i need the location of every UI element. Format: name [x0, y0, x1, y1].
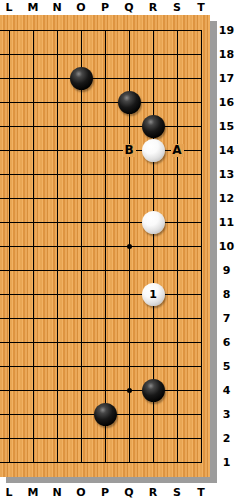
star-point [127, 244, 132, 249]
coordinate-label-R: R [141, 484, 165, 500]
coordinate-label-18: 18 [217, 42, 236, 66]
coordinate-label-T: T [189, 0, 213, 14]
black-stone [94, 403, 117, 426]
coordinate-label-M: M [21, 0, 45, 14]
coordinate-label-5: 5 [217, 354, 236, 378]
white-stone: 1 [142, 283, 165, 306]
coordinate-label-1: 1 [217, 450, 236, 474]
point-label-A[interactable]: A [171, 144, 184, 157]
coordinate-label-Q: Q [117, 0, 141, 14]
coordinate-label-12: 12 [217, 186, 236, 210]
coordinate-label-P: P [93, 484, 117, 500]
coordinate-label-L: L [0, 484, 21, 500]
top-coordinates: LMNOPQRST [0, 0, 213, 14]
black-stone [118, 91, 141, 114]
coordinate-label-S: S [165, 484, 189, 500]
move-number-1: 1 [149, 289, 157, 300]
white-stone [142, 139, 165, 162]
coordinate-label-19: 19 [217, 18, 236, 42]
right-coordinates: 19181716151413121110987654321 [217, 18, 236, 474]
coordinate-label-M: M [21, 484, 45, 500]
coordinate-label-10: 10 [217, 234, 236, 258]
white-stone [142, 211, 165, 234]
coordinate-label-3: 3 [217, 402, 236, 426]
coordinate-label-N: N [45, 484, 69, 500]
coordinate-label-R: R [141, 0, 165, 14]
coordinate-label-14: 14 [217, 138, 236, 162]
coordinate-label-2: 2 [217, 426, 236, 450]
coordinate-label-S: S [165, 0, 189, 14]
coordinate-label-15: 15 [217, 114, 236, 138]
coordinate-label-L: L [0, 0, 21, 14]
star-point [127, 388, 132, 393]
coordinate-label-16: 16 [217, 90, 236, 114]
coordinate-label-17: 17 [217, 66, 236, 90]
coordinate-label-T: T [189, 484, 213, 500]
coordinate-label-7: 7 [217, 306, 236, 330]
coordinate-label-11: 11 [217, 210, 236, 234]
point-label-B[interactable]: B [123, 144, 136, 157]
coordinate-label-O: O [69, 0, 93, 14]
coordinate-label-N: N [45, 0, 69, 14]
coordinate-label-Q: Q [117, 484, 141, 500]
coordinate-label-O: O [69, 484, 93, 500]
coordinate-label-13: 13 [217, 162, 236, 186]
coordinate-label-8: 8 [217, 282, 236, 306]
coordinate-label-4: 4 [217, 378, 236, 402]
bottom-coordinates: LMNOPQRST [0, 484, 213, 500]
coordinate-label-6: 6 [217, 330, 236, 354]
black-stone [142, 115, 165, 138]
go-board[interactable]: 1BA [0, 15, 210, 477]
go-diagram: LMNOPQRST 1BA 19181716151413121110987654… [0, 0, 236, 500]
coordinate-label-P: P [93, 0, 117, 14]
coordinate-label-9: 9 [217, 258, 236, 282]
stones-layer: 1BA [0, 18, 213, 474]
black-stone [142, 379, 165, 402]
black-stone [70, 67, 93, 90]
